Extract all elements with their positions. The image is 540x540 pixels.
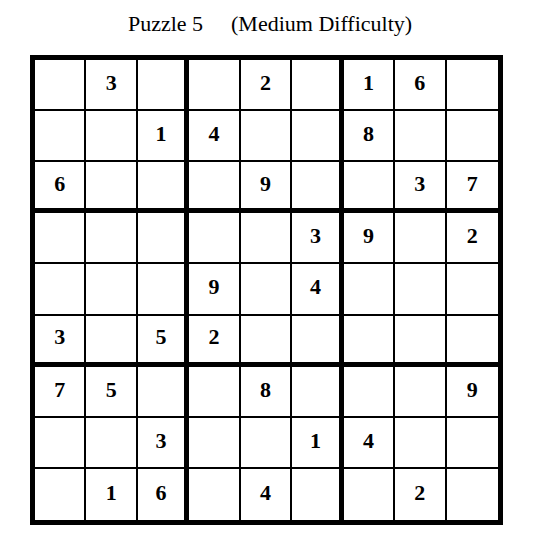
cell-r7c8[interactable] <box>395 367 446 418</box>
cell-r5c9[interactable] <box>447 264 498 315</box>
cell-r3c8[interactable]: 3 <box>395 162 446 213</box>
cell-r5c5[interactable] <box>241 264 292 315</box>
cell-r8c4[interactable] <box>189 418 240 469</box>
cell-r3c1[interactable]: 6 <box>35 162 86 213</box>
puzzle-number-label: Puzzle 5 <box>128 11 203 36</box>
cell-r6c6[interactable] <box>292 316 343 367</box>
cell-r9c6[interactable] <box>292 469 343 520</box>
cell-r7c2[interactable]: 5 <box>86 367 137 418</box>
cell-r7c1[interactable]: 7 <box>35 367 86 418</box>
cell-r3c6[interactable] <box>292 162 343 213</box>
cell-r2c1[interactable] <box>35 111 86 162</box>
cell-r9c5[interactable]: 4 <box>241 469 292 520</box>
cell-r4c9[interactable]: 2 <box>447 213 498 264</box>
cell-r3c9[interactable]: 7 <box>447 162 498 213</box>
cell-r3c7[interactable] <box>344 162 395 213</box>
sudoku-board: 321614869373929435275893141642 <box>30 55 503 525</box>
cell-r1c4[interactable] <box>189 60 240 111</box>
cell-r1c5[interactable]: 2 <box>241 60 292 111</box>
cell-r5c6[interactable]: 4 <box>292 264 343 315</box>
cell-r7c7[interactable] <box>344 367 395 418</box>
cell-r7c3[interactable] <box>138 367 189 418</box>
cell-r2c6[interactable] <box>292 111 343 162</box>
cell-r7c5[interactable]: 8 <box>241 367 292 418</box>
cell-r2c5[interactable] <box>241 111 292 162</box>
cell-r5c3[interactable] <box>138 264 189 315</box>
cell-r6c4[interactable]: 2 <box>189 316 240 367</box>
cell-r1c9[interactable] <box>447 60 498 111</box>
cell-r9c2[interactable]: 1 <box>86 469 137 520</box>
cell-r6c5[interactable] <box>241 316 292 367</box>
cell-r5c1[interactable] <box>35 264 86 315</box>
cell-r8c9[interactable] <box>447 418 498 469</box>
cell-r1c2[interactable]: 3 <box>86 60 137 111</box>
cell-r5c2[interactable] <box>86 264 137 315</box>
cell-r2c2[interactable] <box>86 111 137 162</box>
cell-r2c9[interactable] <box>447 111 498 162</box>
cell-r9c4[interactable] <box>189 469 240 520</box>
cell-r1c8[interactable]: 6 <box>395 60 446 111</box>
cell-r8c6[interactable]: 1 <box>292 418 343 469</box>
cell-r6c1[interactable]: 3 <box>35 316 86 367</box>
page-title: Puzzle 5(Medium Difficulty) <box>0 11 540 37</box>
cell-r3c2[interactable] <box>86 162 137 213</box>
sudoku-page: Puzzle 5(Medium Difficulty) 321614869373… <box>0 0 540 540</box>
cell-r7c9[interactable]: 9 <box>447 367 498 418</box>
cell-r2c3[interactable]: 1 <box>138 111 189 162</box>
cell-r8c8[interactable] <box>395 418 446 469</box>
cell-r8c3[interactable]: 3 <box>138 418 189 469</box>
cell-r5c7[interactable] <box>344 264 395 315</box>
cell-r1c1[interactable] <box>35 60 86 111</box>
cell-r5c8[interactable] <box>395 264 446 315</box>
cell-r9c7[interactable] <box>344 469 395 520</box>
cell-r3c4[interactable] <box>189 162 240 213</box>
cell-r2c8[interactable] <box>395 111 446 162</box>
cell-r6c7[interactable] <box>344 316 395 367</box>
cell-r3c3[interactable] <box>138 162 189 213</box>
cell-r1c7[interactable]: 1 <box>344 60 395 111</box>
cell-r6c3[interactable]: 5 <box>138 316 189 367</box>
cell-r6c8[interactable] <box>395 316 446 367</box>
cell-r8c7[interactable]: 4 <box>344 418 395 469</box>
cell-r4c2[interactable] <box>86 213 137 264</box>
cell-r6c9[interactable] <box>447 316 498 367</box>
cell-r1c6[interactable] <box>292 60 343 111</box>
cell-r4c3[interactable] <box>138 213 189 264</box>
cell-r4c8[interactable] <box>395 213 446 264</box>
cell-r8c2[interactable] <box>86 418 137 469</box>
cell-r8c5[interactable] <box>241 418 292 469</box>
cell-r5c4[interactable]: 9 <box>189 264 240 315</box>
cell-r2c7[interactable]: 8 <box>344 111 395 162</box>
cell-r4c5[interactable] <box>241 213 292 264</box>
cell-r4c6[interactable]: 3 <box>292 213 343 264</box>
cell-r6c2[interactable] <box>86 316 137 367</box>
cell-r4c7[interactable]: 9 <box>344 213 395 264</box>
cell-r9c1[interactable] <box>35 469 86 520</box>
cell-r4c4[interactable] <box>189 213 240 264</box>
cell-r4c1[interactable] <box>35 213 86 264</box>
cell-r3c5[interactable]: 9 <box>241 162 292 213</box>
difficulty-label: (Medium Difficulty) <box>231 11 412 36</box>
cell-r7c6[interactable] <box>292 367 343 418</box>
cell-r8c1[interactable] <box>35 418 86 469</box>
cell-r9c3[interactable]: 6 <box>138 469 189 520</box>
cell-r2c4[interactable]: 4 <box>189 111 240 162</box>
cell-r7c4[interactable] <box>189 367 240 418</box>
cell-r9c8[interactable]: 2 <box>395 469 446 520</box>
cell-r9c9[interactable] <box>447 469 498 520</box>
cell-r1c3[interactable] <box>138 60 189 111</box>
